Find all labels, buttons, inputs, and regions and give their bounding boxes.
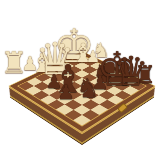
chess-set-photo: ♜♟♝♟♛♟♚♝♟♞♟♝♟♞♟♞♚♛♜ [0,0,160,160]
dark-pawn[interactable]: ♟ [57,82,75,102]
dark-knight[interactable]: ♞ [76,75,99,101]
dark-queen[interactable]: ♛ [113,51,149,91]
off-board-white-rook[interactable]: ♜ [1,48,28,78]
